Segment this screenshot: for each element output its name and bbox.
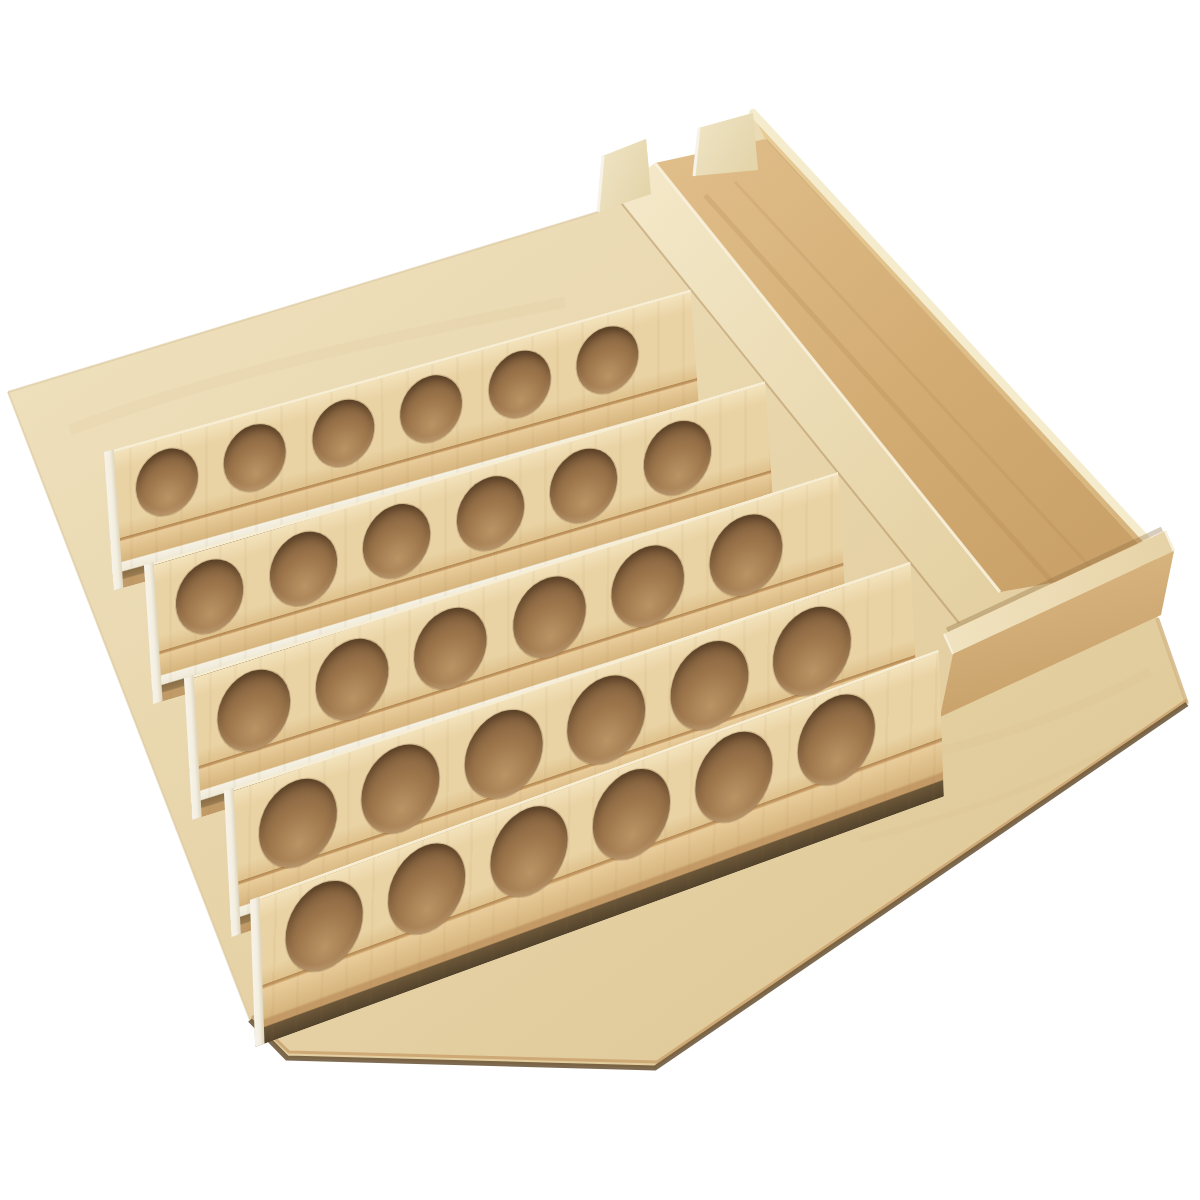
hole-r1-c3 [310,392,376,474]
hole-r3-c1 [215,660,292,761]
hole-r4-c1 [257,768,339,879]
hole-r2-c5 [548,440,620,532]
hole-r1-c6 [574,319,640,401]
hole-r1-c1 [134,441,200,523]
product-photo-stage [0,0,1200,1200]
hole-r3-c4 [511,567,588,668]
hole-r2-c2 [267,523,339,615]
hole-r5-c4 [591,757,671,871]
hole-r3-c5 [609,536,686,637]
hole-r5-c5 [694,720,774,834]
hole-r4-c3 [463,699,545,810]
hole-r1-c5 [486,343,552,425]
hole-r2-c1 [174,551,246,643]
hole-r2-c4 [454,468,526,560]
hole-r1-c2 [222,417,288,499]
hole-r5-c6 [796,683,876,797]
hole-r2-c6 [642,412,714,504]
hole-r3-c2 [314,629,391,730]
hole-r1-c4 [398,368,464,450]
hole-r3-c6 [707,505,784,606]
hole-r5-c3 [489,795,569,909]
hole-r2-c3 [361,495,433,587]
tier-rows-layer [0,0,1200,1200]
hole-r4-c2 [360,733,442,844]
hole-r5-c1 [284,869,364,983]
hole-r5-c2 [387,832,467,946]
hole-r3-c3 [412,598,489,699]
